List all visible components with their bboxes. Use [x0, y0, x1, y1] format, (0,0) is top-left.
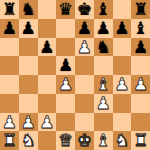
piece: ♟ [21, 19, 36, 38]
piece: ♞ [21, 0, 36, 19]
square-c4[interactable] [38, 75, 57, 94]
square-e5[interactable] [75, 56, 94, 75]
square-c8[interactable] [38, 0, 57, 19]
piece: ♟ [96, 94, 111, 113]
piece: ♝ [96, 75, 111, 94]
square-h4[interactable]: ♟ [131, 75, 150, 94]
square-h1[interactable]: ♜ [131, 131, 150, 150]
square-a7[interactable]: ♟ [0, 19, 19, 38]
piece: ♜ [133, 131, 148, 150]
square-e2[interactable] [75, 113, 94, 132]
piece: ♟ [77, 38, 92, 57]
square-h3[interactable] [131, 94, 150, 113]
square-h2[interactable] [131, 113, 150, 132]
piece: ♟ [133, 38, 148, 57]
piece: ♞ [96, 38, 111, 57]
square-c5[interactable] [38, 56, 57, 75]
square-c7[interactable] [38, 19, 57, 38]
square-e8[interactable]: ♚ [75, 0, 94, 19]
square-g7[interactable]: ♟ [113, 19, 132, 38]
chess-board: ♜ ♞ ♛ ♚ ♝ ♜ ♟ ♟ ♟ ♟ ♟ ♝ ♟ ♟ ♞ ♟ ♟ ♟ ♝ ♟ … [0, 0, 150, 150]
square-g4[interactable]: ♟ [113, 75, 132, 94]
square-b6[interactable] [19, 38, 38, 57]
square-c3[interactable] [38, 94, 57, 113]
square-e3[interactable] [75, 94, 94, 113]
square-d5[interactable]: ♟ [56, 56, 75, 75]
piece: ♟ [77, 19, 92, 38]
piece: ♛ [58, 131, 73, 150]
piece: ♞ [114, 131, 129, 150]
square-f3[interactable]: ♟ [94, 94, 113, 113]
square-b1[interactable]: ♞ [19, 131, 38, 150]
piece: ♜ [2, 131, 17, 150]
piece: ♞ [21, 131, 36, 150]
square-b3[interactable] [19, 94, 38, 113]
piece: ♟ [114, 19, 129, 38]
piece: ♟ [21, 113, 36, 132]
square-b8[interactable]: ♞ [19, 0, 38, 19]
square-h6[interactable]: ♟ [131, 38, 150, 57]
square-e7[interactable]: ♟ [75, 19, 94, 38]
square-g3[interactable] [113, 94, 132, 113]
piece: ♟ [39, 38, 54, 57]
square-h8[interactable]: ♜ [131, 0, 150, 19]
piece: ♟ [133, 75, 148, 94]
square-a8[interactable]: ♜ [0, 0, 19, 19]
piece: ♚ [77, 131, 92, 150]
square-d6[interactable] [56, 38, 75, 57]
square-f8[interactable]: ♝ [94, 0, 113, 19]
square-a2[interactable]: ♟ [0, 113, 19, 132]
piece: ♟ [2, 19, 17, 38]
square-g8[interactable] [113, 0, 132, 19]
square-g2[interactable] [113, 113, 132, 132]
piece: ♟ [39, 113, 54, 132]
square-a3[interactable] [0, 94, 19, 113]
square-a4[interactable] [0, 75, 19, 94]
square-b4[interactable] [19, 75, 38, 94]
square-g1[interactable]: ♞ [113, 131, 132, 150]
piece: ♜ [133, 0, 148, 19]
piece: ♟ [114, 75, 129, 94]
square-d7[interactable] [56, 19, 75, 38]
piece: ♛ [58, 0, 73, 19]
piece: ♜ [2, 0, 17, 19]
square-h7[interactable]: ♝ [131, 19, 150, 38]
square-d3[interactable] [56, 94, 75, 113]
square-d4[interactable]: ♟ [56, 75, 75, 94]
square-d1[interactable]: ♛ [56, 131, 75, 150]
square-a6[interactable] [0, 38, 19, 57]
square-f1[interactable]: ♝ [94, 131, 113, 150]
square-f5[interactable] [94, 56, 113, 75]
square-c2[interactable]: ♟ [38, 113, 57, 132]
square-b7[interactable]: ♟ [19, 19, 38, 38]
square-c1[interactable] [38, 131, 57, 150]
square-d8[interactable]: ♛ [56, 0, 75, 19]
square-d2[interactable] [56, 113, 75, 132]
piece: ♝ [133, 19, 148, 38]
piece: ♟ [2, 113, 17, 132]
piece: ♟ [58, 75, 73, 94]
square-c6[interactable]: ♟ [38, 38, 57, 57]
square-f6[interactable]: ♞ [94, 38, 113, 57]
piece: ♝ [96, 0, 111, 19]
square-f4[interactable]: ♝ [94, 75, 113, 94]
square-b5[interactable] [19, 56, 38, 75]
piece: ♝ [96, 131, 111, 150]
square-f7[interactable]: ♟ [94, 19, 113, 38]
square-a1[interactable]: ♜ [0, 131, 19, 150]
piece: ♟ [58, 56, 73, 75]
square-g5[interactable] [113, 56, 132, 75]
square-e6[interactable]: ♟ [75, 38, 94, 57]
square-b2[interactable]: ♟ [19, 113, 38, 132]
piece: ♚ [77, 0, 92, 19]
square-e1[interactable]: ♚ [75, 131, 94, 150]
square-f2[interactable] [94, 113, 113, 132]
square-e4[interactable] [75, 75, 94, 94]
square-h5[interactable] [131, 56, 150, 75]
piece: ♟ [96, 19, 111, 38]
square-g6[interactable] [113, 38, 132, 57]
square-a5[interactable] [0, 56, 19, 75]
